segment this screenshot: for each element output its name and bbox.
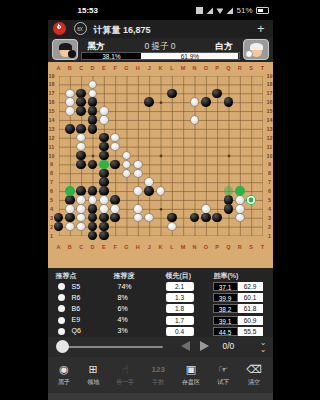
tool-label: 试下 bbox=[217, 378, 229, 387]
rec-lead-value: 0.4 bbox=[166, 327, 194, 336]
recommended-move-marker-B6[interactable] bbox=[65, 186, 74, 195]
rec-black-winrate: 39.9 bbox=[213, 293, 238, 302]
coord-number: 10 bbox=[48, 153, 55, 159]
recommendation-row-R6[interactable]: R68%1.339.960.1 bbox=[48, 292, 273, 303]
recommendation-row-S5[interactable]: S574%2.137.162.9 bbox=[48, 281, 273, 292]
previous-move-button[interactable] bbox=[181, 341, 190, 351]
tool-stone[interactable]: ◉黑子 bbox=[58, 364, 70, 387]
stone-black[interactable] bbox=[201, 213, 210, 222]
rec-black-winrate: 37.1 bbox=[213, 282, 238, 291]
coord-number: 7 bbox=[48, 179, 55, 185]
stone-white[interactable] bbox=[76, 222, 85, 231]
recommended-move-marker-Q6[interactable] bbox=[224, 186, 233, 195]
rec-lead-value: 1.3 bbox=[166, 293, 194, 302]
stone-black[interactable] bbox=[76, 151, 85, 160]
coord-letter-bottom: F bbox=[112, 244, 119, 250]
rec-white-winrate: 62.9 bbox=[238, 282, 263, 291]
coord-letter-bottom: K bbox=[157, 244, 164, 250]
rec-white-winrate: 61.8 bbox=[238, 304, 263, 313]
coord-letter-bottom: T bbox=[259, 244, 266, 250]
stone-black[interactable] bbox=[201, 97, 210, 106]
coord-letter-bottom: N bbox=[191, 244, 198, 250]
coord-number: 2 bbox=[266, 224, 273, 230]
stone-white[interactable] bbox=[122, 160, 131, 169]
coord-number: 18 bbox=[48, 81, 55, 87]
recommendation-row-E9[interactable]: E94%1.739.160.9 bbox=[48, 315, 273, 326]
stone-white[interactable] bbox=[235, 213, 244, 222]
stone-black[interactable] bbox=[212, 213, 221, 222]
coord-letter-top: C bbox=[78, 65, 85, 71]
stone-black[interactable] bbox=[88, 160, 97, 169]
table-column-header: 推荐点 bbox=[56, 271, 77, 281]
move-slider-knob[interactable] bbox=[56, 340, 69, 353]
tool-label: 存盘区 bbox=[182, 378, 200, 387]
table-header: 推荐点推荐度领先(目)胜率(%) bbox=[48, 268, 273, 281]
coord-letter-top: L bbox=[168, 65, 175, 71]
rec-black-winrate: 38.2 bbox=[213, 304, 238, 313]
stone-black[interactable] bbox=[54, 222, 63, 231]
stone-white[interactable] bbox=[110, 142, 119, 151]
stone-black[interactable] bbox=[110, 213, 119, 222]
stone-white[interactable] bbox=[65, 222, 74, 231]
table-column-header: 胜率(%) bbox=[214, 271, 239, 281]
power-button[interactable] bbox=[53, 22, 66, 35]
stone-white[interactable] bbox=[76, 142, 85, 151]
coord-number: 15 bbox=[48, 108, 55, 114]
coord-number: 17 bbox=[48, 90, 55, 96]
territory-icon: ⊞ bbox=[89, 364, 98, 376]
coord-letter-top: O bbox=[202, 65, 209, 71]
add-button[interactable]: + bbox=[257, 21, 265, 36]
tool-label: 手数 bbox=[152, 378, 164, 387]
coord-letter-top: Q bbox=[225, 65, 232, 71]
stone-white[interactable] bbox=[122, 151, 131, 160]
recommended-move-marker-R6[interactable] bbox=[235, 186, 244, 195]
stone-black[interactable] bbox=[88, 124, 97, 133]
coord-letter-top: B bbox=[66, 65, 73, 71]
sim-icon bbox=[196, 7, 203, 14]
rec-rate: 74% bbox=[118, 283, 132, 290]
rec-lead-value: 1.7 bbox=[166, 316, 194, 325]
coord-number: 10 bbox=[266, 153, 273, 159]
playback-controls: 0/0 ⌄⌄ bbox=[48, 337, 273, 357]
bottom-toolbar: ◉黑子⊞领地☝停一手123手数▣存盘区☞试下⌫清空 bbox=[48, 357, 273, 393]
coord-number: 1 bbox=[266, 233, 273, 239]
coord-letter-top: A bbox=[55, 65, 62, 71]
white-stone-icon bbox=[58, 294, 65, 301]
recommendation-row-Q6[interactable]: Q63%0.444.555.5 bbox=[48, 326, 273, 337]
coord-letter-top: J bbox=[146, 65, 153, 71]
tool-save[interactable]: ▣存盘区 bbox=[182, 364, 200, 387]
coord-letter-bottom: A bbox=[55, 244, 62, 250]
stone-white[interactable] bbox=[133, 186, 142, 195]
stone-black[interactable] bbox=[99, 222, 108, 231]
stone-black[interactable] bbox=[99, 151, 108, 160]
move-counter: 0/0 bbox=[223, 341, 235, 351]
white-stone-icon bbox=[58, 305, 65, 312]
coord-number: 3 bbox=[48, 215, 55, 221]
recommended-move-marker-E9[interactable] bbox=[99, 160, 108, 169]
coord-number: 9 bbox=[266, 161, 273, 167]
coord-number: 3 bbox=[266, 215, 273, 221]
stone-black[interactable] bbox=[212, 89, 221, 98]
tool-label: 黑子 bbox=[58, 378, 70, 387]
rec-rate: 4% bbox=[118, 316, 128, 323]
coord-letter-bottom: J bbox=[146, 244, 153, 250]
move-number-icon: 123 bbox=[151, 364, 164, 376]
try-move-icon: ☞ bbox=[218, 364, 228, 376]
player-bar: 黑方 0 提子 0 白方 38.1% 61.9% bbox=[48, 38, 273, 62]
chevron-double-down-icon[interactable]: ⌄⌄ bbox=[260, 339, 267, 353]
coord-letter-top: G bbox=[123, 65, 130, 71]
gauge-icon[interactable]: 8X bbox=[74, 22, 87, 35]
coord-number: 19 bbox=[266, 73, 273, 79]
stone-black[interactable] bbox=[76, 160, 85, 169]
rec-white-winrate: 60.1 bbox=[238, 293, 263, 302]
coord-number: 5 bbox=[48, 197, 55, 203]
clear-icon: ⌫ bbox=[246, 364, 262, 376]
home-indicator bbox=[48, 393, 273, 400]
coord-letter-bottom: C bbox=[78, 244, 85, 250]
table-column-header: 推荐度 bbox=[114, 271, 135, 281]
stone-black[interactable] bbox=[88, 222, 97, 231]
stone-icon: ◉ bbox=[59, 364, 69, 376]
stone-white[interactable] bbox=[133, 160, 142, 169]
white-winrate: 61.9% bbox=[141, 53, 238, 59]
signal2-icon bbox=[226, 7, 233, 14]
stone-white[interactable] bbox=[133, 169, 142, 178]
coord-letter-bottom: H bbox=[134, 244, 141, 250]
coord-number: 6 bbox=[266, 188, 273, 194]
recommendation-row-B6[interactable]: B66%1.838.261.8 bbox=[48, 303, 273, 314]
coord-letter-bottom: Q bbox=[225, 244, 232, 250]
stone-black[interactable] bbox=[99, 231, 108, 240]
coord-number: 2 bbox=[48, 224, 55, 230]
coord-number: 5 bbox=[266, 197, 273, 203]
coord-letter-bottom: P bbox=[214, 244, 221, 250]
coord-letter-top: D bbox=[89, 65, 96, 71]
coord-number: 1 bbox=[48, 233, 55, 239]
coord-number: 19 bbox=[48, 73, 55, 79]
tool-try-move[interactable]: ☞试下 bbox=[217, 364, 229, 387]
coord-letter-bottom: B bbox=[66, 244, 73, 250]
table-body: S574%2.137.162.9R68%1.339.960.1B66%1.838… bbox=[48, 281, 273, 337]
hand-icon: ☝ bbox=[122, 364, 129, 376]
battery-icon bbox=[256, 7, 269, 14]
clock-time: 15:53 bbox=[78, 6, 98, 15]
go-board[interactable]: AABBCCDDEEFFGGHHJJKKLLMMNNOOPPQQRRSSTT19… bbox=[48, 62, 273, 268]
white-stone-icon bbox=[58, 317, 65, 324]
stone-black[interactable] bbox=[65, 124, 74, 133]
rec-point: S5 bbox=[72, 283, 81, 290]
stone-black[interactable] bbox=[224, 204, 233, 213]
go-analysis-app: 15:53 51% 8X 计算量 16,875 + 黑方 0 提子 0 白方 3… bbox=[48, 0, 273, 400]
stone-black[interactable] bbox=[110, 160, 119, 169]
rec-point: R6 bbox=[72, 294, 81, 301]
rec-rate: 6% bbox=[118, 305, 128, 312]
coord-number: 13 bbox=[48, 126, 55, 132]
coord-number: 14 bbox=[266, 117, 273, 123]
coord-number: 9 bbox=[48, 161, 55, 167]
wifi-icon bbox=[216, 7, 223, 14]
tool-clear[interactable]: ⌫清空 bbox=[246, 364, 262, 387]
stone-white[interactable] bbox=[65, 106, 74, 115]
coord-letter-bottom: R bbox=[236, 244, 243, 250]
coord-letter-top: M bbox=[180, 65, 187, 71]
stone-black[interactable] bbox=[144, 97, 153, 106]
stone-white[interactable] bbox=[190, 97, 199, 106]
stone-black[interactable] bbox=[167, 89, 176, 98]
coord-number: 6 bbox=[48, 188, 55, 194]
tool-territory[interactable]: ⊞领地 bbox=[87, 364, 99, 387]
coord-letter-top: N bbox=[191, 65, 198, 71]
coord-letter-bottom: M bbox=[180, 244, 187, 250]
rec-point: E9 bbox=[72, 316, 81, 323]
coord-number: 8 bbox=[266, 170, 273, 176]
coord-number: 7 bbox=[266, 179, 273, 185]
rec-black-winrate: 44.5 bbox=[213, 327, 238, 336]
stone-black[interactable] bbox=[144, 186, 153, 195]
coord-number: 16 bbox=[266, 99, 273, 105]
coord-number: 8 bbox=[48, 170, 55, 176]
coord-number: 12 bbox=[48, 135, 55, 141]
coord-number: 11 bbox=[266, 144, 273, 150]
stone-white[interactable] bbox=[88, 80, 97, 89]
stone-white[interactable] bbox=[156, 186, 165, 195]
coord-letter-bottom: L bbox=[168, 244, 175, 250]
rec-lead-value: 2.1 bbox=[166, 282, 194, 291]
rec-point: Q6 bbox=[72, 327, 81, 334]
compute-count: 计算量 16,875 bbox=[94, 24, 151, 37]
winrate-bar: 38.1% 61.9% bbox=[81, 52, 240, 60]
coord-letter-bottom: O bbox=[202, 244, 209, 250]
stone-black[interactable] bbox=[76, 106, 85, 115]
rec-point: B6 bbox=[72, 305, 81, 312]
tool-move-number: 123手数 bbox=[151, 364, 164, 387]
rec-black-winrate: 39.1 bbox=[213, 316, 238, 325]
coord-letter-top: F bbox=[112, 65, 119, 71]
recommendation-table: 推荐点推荐度领先(目)胜率(%) S574%2.137.162.9R68%1.3… bbox=[48, 268, 273, 337]
coord-number: 4 bbox=[48, 206, 55, 212]
black-winrate: 38.1% bbox=[82, 53, 142, 59]
stones-layer[interactable] bbox=[59, 76, 263, 236]
stone-white[interactable] bbox=[144, 213, 153, 222]
white-stone-icon bbox=[58, 328, 65, 335]
white-stone-icon bbox=[58, 283, 65, 290]
coord-letter-top: S bbox=[248, 65, 255, 71]
rec-rate: 8% bbox=[118, 294, 128, 301]
rec-white-winrate: 60.9 bbox=[238, 316, 263, 325]
stone-black[interactable] bbox=[224, 97, 233, 106]
app-header: 8X 计算量 16,875 + bbox=[48, 20, 273, 38]
stone-white[interactable] bbox=[99, 115, 108, 124]
coord-number: 15 bbox=[266, 108, 273, 114]
rec-lead-value: 1.8 bbox=[166, 304, 194, 313]
stone-black[interactable] bbox=[88, 231, 97, 240]
stone-white[interactable] bbox=[167, 222, 176, 231]
stone-white[interactable] bbox=[122, 169, 131, 178]
coord-number: 4 bbox=[266, 206, 273, 212]
stone-black[interactable] bbox=[99, 142, 108, 151]
table-column-header: 领先(目) bbox=[166, 271, 192, 281]
coord-letter-top: T bbox=[259, 65, 266, 71]
move-slider-track[interactable] bbox=[60, 346, 163, 348]
stone-white[interactable] bbox=[133, 213, 142, 222]
coord-number: 16 bbox=[48, 99, 55, 105]
status-bar: 15:53 51% bbox=[48, 0, 273, 20]
tool-label: 清空 bbox=[248, 378, 260, 387]
coord-letter-bottom: G bbox=[123, 244, 130, 250]
stone-black[interactable] bbox=[190, 213, 199, 222]
battery-percent: 51% bbox=[236, 6, 252, 15]
coord-number: 17 bbox=[266, 90, 273, 96]
tool-label: 领地 bbox=[87, 378, 99, 387]
tool-label: 停一手 bbox=[116, 378, 134, 387]
coord-letter-top: K bbox=[157, 65, 164, 71]
recommended-move-marker-S5[interactable] bbox=[246, 195, 255, 204]
coord-letter-top: H bbox=[134, 65, 141, 71]
signal-icon bbox=[206, 7, 213, 14]
rec-rate: 3% bbox=[118, 327, 128, 334]
coord-number: 11 bbox=[48, 144, 55, 150]
coord-number: 12 bbox=[266, 135, 273, 141]
next-move-button[interactable] bbox=[200, 341, 209, 351]
coord-letter-top: P bbox=[214, 65, 221, 71]
coord-letter-top: E bbox=[100, 65, 107, 71]
status-icons: 51% bbox=[196, 6, 268, 15]
coord-letter-bottom: D bbox=[89, 244, 96, 250]
stone-white[interactable] bbox=[190, 115, 199, 124]
coord-letter-bottom: E bbox=[100, 244, 107, 250]
save-icon: ▣ bbox=[186, 364, 196, 376]
rec-white-winrate: 55.5 bbox=[238, 327, 263, 336]
coord-number: 18 bbox=[266, 81, 273, 87]
coord-letter-top: R bbox=[236, 65, 243, 71]
tool-hand: ☝停一手 bbox=[116, 364, 134, 387]
coord-number: 13 bbox=[266, 126, 273, 132]
coord-number: 14 bbox=[48, 117, 55, 123]
coord-letter-bottom: S bbox=[248, 244, 255, 250]
